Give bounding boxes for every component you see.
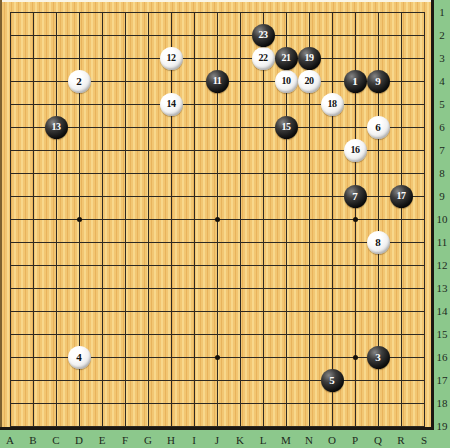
row-label-2: 2 bbox=[434, 24, 450, 47]
stone-white-20: 20 bbox=[298, 70, 321, 93]
stone-white-8: 8 bbox=[367, 231, 390, 254]
stone-black-7: 7 bbox=[344, 185, 367, 208]
row-label-9: 9 bbox=[434, 185, 450, 208]
stone-black-17: 17 bbox=[390, 185, 413, 208]
stone-black-15: 15 bbox=[275, 116, 298, 139]
row-label-12: 12 bbox=[434, 254, 450, 277]
stone-white-16: 16 bbox=[344, 139, 367, 162]
stone-black-19: 19 bbox=[298, 47, 321, 70]
stone-black-1: 1 bbox=[344, 70, 367, 93]
row-label-18: 18 bbox=[434, 392, 450, 415]
stone-black-21: 21 bbox=[275, 47, 298, 70]
stone-white-10: 10 bbox=[275, 70, 298, 93]
row-label-16: 16 bbox=[434, 346, 450, 369]
stone-black-3: 3 bbox=[367, 346, 390, 369]
row-label-19: 19 bbox=[434, 415, 450, 438]
stone-black-13: 13 bbox=[45, 116, 68, 139]
stones-layer: 1234567891011121314151617181920212223 bbox=[0, 1, 436, 438]
row-label-3: 3 bbox=[434, 47, 450, 70]
stone-white-2: 2 bbox=[68, 70, 91, 93]
row-label-15: 15 bbox=[434, 323, 450, 346]
row-label-13: 13 bbox=[434, 277, 450, 300]
row-label-4: 4 bbox=[434, 70, 450, 93]
go-board-diagram: 1234567891011121314151617181920212223 AB… bbox=[0, 0, 450, 448]
row-label-8: 8 bbox=[434, 162, 450, 185]
stone-white-18: 18 bbox=[321, 93, 344, 116]
row-label-11: 11 bbox=[434, 231, 450, 254]
stone-black-11: 11 bbox=[206, 70, 229, 93]
stone-black-5: 5 bbox=[321, 369, 344, 392]
stone-white-14: 14 bbox=[160, 93, 183, 116]
row-label-6: 6 bbox=[434, 116, 450, 139]
go-board: 1234567891011121314151617181920212223 bbox=[0, 0, 434, 430]
stone-black-23: 23 bbox=[252, 24, 275, 47]
stone-white-12: 12 bbox=[160, 47, 183, 70]
row-label-1: 1 bbox=[434, 1, 450, 24]
stone-black-9: 9 bbox=[367, 70, 390, 93]
row-label-17: 17 bbox=[434, 369, 450, 392]
row-label-14: 14 bbox=[434, 300, 450, 323]
stone-white-4: 4 bbox=[68, 346, 91, 369]
stone-white-22: 22 bbox=[252, 47, 275, 70]
row-label-7: 7 bbox=[434, 139, 450, 162]
row-labels: 12345678910111213141516171819 bbox=[434, 1, 450, 438]
row-label-10: 10 bbox=[434, 208, 450, 231]
stone-white-6: 6 bbox=[367, 116, 390, 139]
row-label-5: 5 bbox=[434, 93, 450, 116]
